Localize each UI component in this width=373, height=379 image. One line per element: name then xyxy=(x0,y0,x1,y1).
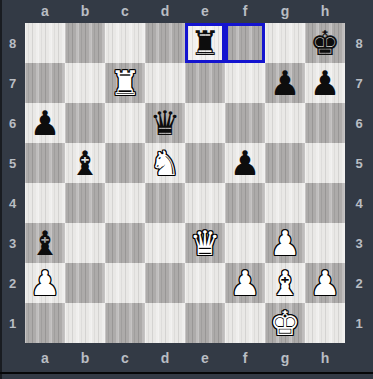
square-c6[interactable] xyxy=(105,103,145,143)
black-bishop[interactable]: ♝ xyxy=(65,143,105,183)
chess-board: ♜♚♜♟♟♟♛♝♞♟♝♛♟♟♟♝♟♚ xyxy=(25,23,345,343)
square-h2[interactable]: ♟ xyxy=(305,263,345,303)
square-e1[interactable] xyxy=(185,303,225,343)
file-label-c: c xyxy=(105,0,145,23)
square-d1[interactable] xyxy=(145,303,185,343)
file-labels-bottom: abcdefgh xyxy=(25,344,345,372)
square-a4[interactable] xyxy=(25,183,65,223)
square-d2[interactable] xyxy=(145,263,185,303)
white-king[interactable]: ♚ xyxy=(265,303,305,343)
file-label-a: a xyxy=(25,344,65,372)
black-pawn[interactable]: ♟ xyxy=(225,143,265,183)
rank-label-1: 1 xyxy=(0,303,25,343)
square-f3[interactable] xyxy=(225,223,265,263)
square-h7[interactable]: ♟ xyxy=(305,63,345,103)
square-d5[interactable]: ♞ xyxy=(145,143,185,183)
square-a8[interactable] xyxy=(25,23,65,63)
file-label-d: d xyxy=(145,0,185,23)
square-c2[interactable] xyxy=(105,263,145,303)
square-c1[interactable] xyxy=(105,303,145,343)
black-pawn[interactable]: ♟ xyxy=(265,63,305,103)
black-rook[interactable]: ♜ xyxy=(185,23,225,63)
square-f2[interactable]: ♟ xyxy=(225,263,265,303)
black-king[interactable]: ♚ xyxy=(305,23,345,63)
white-pawn[interactable]: ♟ xyxy=(265,223,305,263)
square-g3[interactable]: ♟ xyxy=(265,223,305,263)
rank-label-8: 8 xyxy=(0,23,25,63)
square-h6[interactable] xyxy=(305,103,345,143)
file-label-a: a xyxy=(25,0,65,23)
square-d6[interactable]: ♛ xyxy=(145,103,185,143)
square-h4[interactable] xyxy=(305,183,345,223)
square-b8[interactable] xyxy=(65,23,105,63)
square-b4[interactable] xyxy=(65,183,105,223)
white-pawn[interactable]: ♟ xyxy=(305,263,345,303)
rank-label-4: 4 xyxy=(0,183,25,223)
rank-label-3: 3 xyxy=(0,223,25,263)
square-f5[interactable]: ♟ xyxy=(225,143,265,183)
square-f1[interactable] xyxy=(225,303,265,343)
square-g1[interactable]: ♚ xyxy=(265,303,305,343)
file-label-h: h xyxy=(305,344,345,372)
square-b6[interactable] xyxy=(65,103,105,143)
file-labels-top: abcdefgh xyxy=(25,0,345,23)
square-f7[interactable] xyxy=(225,63,265,103)
file-label-e: e xyxy=(185,344,225,372)
square-g2[interactable]: ♝ xyxy=(265,263,305,303)
black-pawn[interactable]: ♟ xyxy=(25,103,65,143)
file-label-c: c xyxy=(105,344,145,372)
square-d4[interactable] xyxy=(145,183,185,223)
square-a5[interactable] xyxy=(25,143,65,183)
square-e2[interactable] xyxy=(185,263,225,303)
square-c3[interactable] xyxy=(105,223,145,263)
square-c5[interactable] xyxy=(105,143,145,183)
file-label-d: d xyxy=(145,344,185,372)
square-g5[interactable] xyxy=(265,143,305,183)
square-a2[interactable]: ♟ xyxy=(25,263,65,303)
square-e7[interactable] xyxy=(185,63,225,103)
square-d7[interactable] xyxy=(145,63,185,103)
square-e5[interactable] xyxy=(185,143,225,183)
black-queen[interactable]: ♛ xyxy=(145,103,185,143)
file-label-b: b xyxy=(65,0,105,23)
file-label-f: f xyxy=(225,0,265,23)
rank-label-7: 7 xyxy=(0,63,25,103)
square-d3[interactable] xyxy=(145,223,185,263)
square-a3[interactable]: ♝ xyxy=(25,223,65,263)
file-label-b: b xyxy=(65,344,105,372)
rank-label-4: 4 xyxy=(345,183,373,223)
square-e4[interactable] xyxy=(185,183,225,223)
square-b3[interactable] xyxy=(65,223,105,263)
rank-label-5: 5 xyxy=(345,143,373,183)
square-c7[interactable]: ♜ xyxy=(105,63,145,103)
rank-label-8: 8 xyxy=(345,23,373,63)
square-b1[interactable] xyxy=(65,303,105,343)
square-h8[interactable]: ♚ xyxy=(305,23,345,63)
rank-label-7: 7 xyxy=(345,63,373,103)
rank-label-5: 5 xyxy=(0,143,25,183)
square-a6[interactable]: ♟ xyxy=(25,103,65,143)
square-g7[interactable]: ♟ xyxy=(265,63,305,103)
square-g6[interactable] xyxy=(265,103,305,143)
rank-label-6: 6 xyxy=(345,103,373,143)
white-bishop[interactable]: ♝ xyxy=(265,263,305,303)
square-e8[interactable]: ♜ xyxy=(185,23,225,63)
square-c4[interactable] xyxy=(105,183,145,223)
square-a7[interactable] xyxy=(25,63,65,103)
square-f4[interactable] xyxy=(225,183,265,223)
white-knight[interactable]: ♞ xyxy=(145,143,185,183)
white-pawn[interactable]: ♟ xyxy=(25,263,65,303)
rank-label-2: 2 xyxy=(345,263,373,303)
black-pawn[interactable]: ♟ xyxy=(305,63,345,103)
black-bishop[interactable]: ♝ xyxy=(25,223,65,263)
square-a1[interactable] xyxy=(25,303,65,343)
white-pawn[interactable]: ♟ xyxy=(225,263,265,303)
rank-label-6: 6 xyxy=(0,103,25,143)
square-h5[interactable] xyxy=(305,143,345,183)
rank-labels-right: 87654321 xyxy=(345,23,373,343)
square-c8[interactable] xyxy=(105,23,145,63)
square-g8[interactable] xyxy=(265,23,305,63)
file-label-f: f xyxy=(225,344,265,372)
file-label-g: g xyxy=(265,0,305,23)
square-e6[interactable] xyxy=(185,103,225,143)
panel-divider xyxy=(0,372,373,374)
rank-labels-left: 87654321 xyxy=(0,23,25,343)
white-queen[interactable]: ♛ xyxy=(185,223,225,263)
square-b2[interactable] xyxy=(65,263,105,303)
square-e3[interactable]: ♛ xyxy=(185,223,225,263)
file-label-h: h xyxy=(305,0,345,23)
rank-label-3: 3 xyxy=(345,223,373,263)
file-label-e: e xyxy=(185,0,225,23)
chess-board-frame: abcdefgh 87654321 ♜♚♜♟♟♟♛♝♞♟♝♛♟♟♟♝♟♚ 876… xyxy=(0,0,373,379)
rank-label-1: 1 xyxy=(345,303,373,343)
square-b5[interactable]: ♝ xyxy=(65,143,105,183)
rank-label-2: 2 xyxy=(0,263,25,303)
square-h3[interactable] xyxy=(305,223,345,263)
white-rook[interactable]: ♜ xyxy=(105,63,145,103)
square-g4[interactable] xyxy=(265,183,305,223)
square-d8[interactable] xyxy=(145,23,185,63)
square-h1[interactable] xyxy=(305,303,345,343)
square-f6[interactable] xyxy=(225,103,265,143)
square-f8[interactable] xyxy=(225,23,265,63)
file-label-g: g xyxy=(265,344,305,372)
square-b7[interactable] xyxy=(65,63,105,103)
